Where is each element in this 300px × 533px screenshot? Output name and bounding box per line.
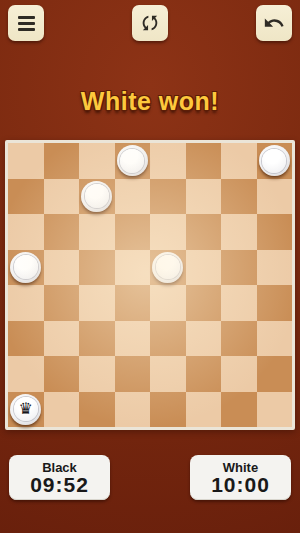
black-clock: Black 09:52 — [9, 455, 110, 500]
checkers-board: ♛ — [5, 140, 295, 430]
piece-inner — [120, 149, 144, 173]
board-square[interactable] — [79, 321, 115, 357]
board-square[interactable] — [150, 250, 186, 286]
hamburger-icon — [18, 16, 35, 31]
board-square — [44, 321, 80, 357]
board-square[interactable] — [257, 143, 293, 179]
board-square[interactable] — [115, 356, 151, 392]
white-king-piece[interactable]: ♛ — [10, 394, 41, 425]
white-clock-time: 10:00 — [190, 473, 291, 497]
board-square — [257, 321, 293, 357]
board-square[interactable] — [257, 214, 293, 250]
board-square — [150, 285, 186, 321]
board-square — [221, 143, 257, 179]
board-square[interactable] — [115, 143, 151, 179]
board-square[interactable] — [115, 214, 151, 250]
board-square[interactable] — [221, 250, 257, 286]
board-square — [44, 179, 80, 215]
board-square — [115, 250, 151, 286]
board-square — [186, 179, 222, 215]
board-square — [221, 214, 257, 250]
board-square — [115, 179, 151, 215]
board-square[interactable] — [79, 250, 115, 286]
board-square — [44, 392, 80, 428]
board-square[interactable] — [186, 356, 222, 392]
board-square[interactable] — [221, 321, 257, 357]
board-square[interactable] — [115, 285, 151, 321]
undo-arrow-icon — [263, 12, 285, 34]
board-square[interactable] — [8, 179, 44, 215]
board-square — [8, 143, 44, 179]
white-man-piece[interactable] — [259, 145, 290, 176]
restart-button[interactable] — [132, 5, 168, 41]
board-square — [150, 214, 186, 250]
board-square[interactable] — [150, 392, 186, 428]
board-square — [8, 356, 44, 392]
board-square[interactable] — [44, 143, 80, 179]
board-square[interactable] — [150, 321, 186, 357]
board-square — [8, 285, 44, 321]
board-square[interactable] — [257, 285, 293, 321]
board-square — [79, 356, 115, 392]
status-message: White won! — [0, 87, 300, 116]
board-square[interactable] — [44, 285, 80, 321]
undo-button[interactable] — [256, 5, 292, 41]
board-square — [79, 143, 115, 179]
piece-inner — [262, 149, 286, 173]
board-square[interactable] — [79, 179, 115, 215]
board-square — [150, 356, 186, 392]
board-square — [257, 392, 293, 428]
board-square[interactable]: ♛ — [8, 392, 44, 428]
board-square[interactable] — [186, 143, 222, 179]
board-square[interactable] — [44, 214, 80, 250]
board-square — [79, 214, 115, 250]
black-clock-time: 09:52 — [9, 473, 110, 497]
board-square[interactable] — [79, 392, 115, 428]
board-square[interactable] — [186, 214, 222, 250]
piece-inner — [156, 255, 180, 279]
board-square — [257, 250, 293, 286]
board-square — [186, 250, 222, 286]
white-clock: White 10:00 — [190, 455, 291, 500]
board-square[interactable] — [257, 356, 293, 392]
board-square[interactable] — [8, 250, 44, 286]
board-square — [221, 356, 257, 392]
board-square — [115, 321, 151, 357]
board-square — [8, 214, 44, 250]
white-man-piece[interactable] — [152, 252, 183, 283]
board-square[interactable] — [221, 179, 257, 215]
board-square[interactable] — [221, 392, 257, 428]
board-square — [186, 321, 222, 357]
board-square — [79, 285, 115, 321]
board-square — [150, 143, 186, 179]
board-square — [221, 285, 257, 321]
board-square[interactable] — [150, 179, 186, 215]
piece-inner — [14, 255, 38, 279]
board-square — [257, 179, 293, 215]
white-man-piece[interactable] — [10, 252, 41, 283]
board-square — [115, 392, 151, 428]
board-square[interactable] — [44, 356, 80, 392]
board-square — [44, 250, 80, 286]
white-man-piece[interactable] — [81, 181, 112, 212]
board-grid: ♛ — [8, 143, 292, 427]
board-square[interactable] — [8, 321, 44, 357]
board-square[interactable] — [186, 285, 222, 321]
app-screen: White won! ♛ Black 09:52 White 10:00 — [0, 0, 300, 533]
board-square — [186, 392, 222, 428]
piece-inner — [85, 184, 109, 208]
menu-button[interactable] — [8, 5, 44, 41]
white-man-piece[interactable] — [117, 145, 148, 176]
refresh-icon — [139, 12, 161, 34]
king-crown-icon: ♛ — [19, 401, 33, 417]
